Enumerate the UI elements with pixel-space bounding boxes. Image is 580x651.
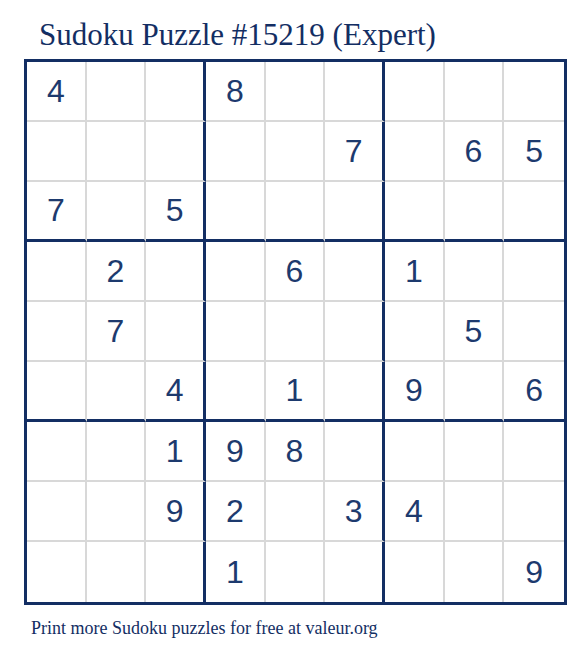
given-digit: 1: [286, 372, 304, 409]
cell-r2c5[interactable]: [266, 122, 326, 182]
cell-r6c7[interactable]: 9: [385, 362, 445, 422]
given-digit: 1: [166, 433, 184, 470]
cell-r3c6[interactable]: [325, 182, 385, 242]
cell-r9c1[interactable]: [27, 542, 87, 602]
given-digit: 6: [525, 372, 543, 409]
cell-r2c3[interactable]: [146, 122, 206, 182]
footer-note: Print more Sudoku puzzles for free at va…: [31, 616, 378, 640]
cell-r4c1[interactable]: [27, 242, 87, 302]
given-digit: 1: [405, 253, 423, 290]
cell-r5c3[interactable]: [146, 302, 206, 362]
given-digit: 6: [465, 133, 483, 170]
given-digit: 9: [405, 372, 423, 409]
cell-r1c1[interactable]: 4: [27, 62, 87, 122]
cell-r6c4[interactable]: [206, 362, 266, 422]
cell-r1c8[interactable]: [445, 62, 505, 122]
cell-r8c8[interactable]: [445, 482, 505, 542]
cell-r4c3[interactable]: [146, 242, 206, 302]
cell-r1c3[interactable]: [146, 62, 206, 122]
cell-r6c6[interactable]: [325, 362, 385, 422]
cell-r9c5[interactable]: [266, 542, 326, 602]
cell-r9c9[interactable]: 9: [504, 542, 564, 602]
cell-r1c6[interactable]: [325, 62, 385, 122]
cell-r5c2[interactable]: 7: [87, 302, 147, 362]
cell-r7c4[interactable]: 9: [206, 422, 266, 482]
cell-r1c7[interactable]: [385, 62, 445, 122]
cell-r7c6[interactable]: [325, 422, 385, 482]
cell-r9c8[interactable]: [445, 542, 505, 602]
cell-r7c3[interactable]: 1: [146, 422, 206, 482]
cell-r6c1[interactable]: [27, 362, 87, 422]
cell-r3c1[interactable]: 7: [27, 182, 87, 242]
cell-r3c2[interactable]: [87, 182, 147, 242]
cell-r5c1[interactable]: [27, 302, 87, 362]
page-title: Sudoku Puzzle #15219 (Expert): [39, 16, 436, 54]
given-digit: 5: [465, 313, 483, 350]
cell-r8c2[interactable]: [87, 482, 147, 542]
given-digit: 5: [166, 192, 184, 229]
given-digit: 1: [226, 554, 244, 591]
cell-r8c5[interactable]: [266, 482, 326, 542]
cell-r1c5[interactable]: [266, 62, 326, 122]
cell-r7c1[interactable]: [27, 422, 87, 482]
cell-r2c1[interactable]: [27, 122, 87, 182]
given-digit: 5: [525, 133, 543, 170]
given-digit: 7: [47, 192, 65, 229]
given-digit: 3: [345, 493, 363, 530]
cell-r4c9[interactable]: [504, 242, 564, 302]
given-digit: 2: [226, 493, 244, 530]
cell-r1c2[interactable]: [87, 62, 147, 122]
cell-r8c3[interactable]: 9: [146, 482, 206, 542]
cell-r2c8[interactable]: 6: [445, 122, 505, 182]
given-digit: 4: [47, 73, 65, 110]
given-digit: 8: [286, 433, 304, 470]
given-digit: 9: [525, 554, 543, 591]
cell-r2c9[interactable]: 5: [504, 122, 564, 182]
cell-r6c2[interactable]: [87, 362, 147, 422]
cell-r8c1[interactable]: [27, 482, 87, 542]
given-digit: 6: [286, 253, 304, 290]
cell-r4c7[interactable]: 1: [385, 242, 445, 302]
cell-r4c4[interactable]: [206, 242, 266, 302]
given-digit: 8: [226, 73, 244, 110]
cell-r4c6[interactable]: [325, 242, 385, 302]
cell-r5c7[interactable]: [385, 302, 445, 362]
cell-r2c4[interactable]: [206, 122, 266, 182]
cell-r7c9[interactable]: [504, 422, 564, 482]
cell-r8c9[interactable]: [504, 482, 564, 542]
cell-r5c9[interactable]: [504, 302, 564, 362]
cell-r2c6[interactable]: 7: [325, 122, 385, 182]
cell-r3c3[interactable]: 5: [146, 182, 206, 242]
cell-r2c7[interactable]: [385, 122, 445, 182]
cell-r8c7[interactable]: 4: [385, 482, 445, 542]
cell-r7c2[interactable]: [87, 422, 147, 482]
cell-r5c4[interactable]: [206, 302, 266, 362]
cell-r6c9[interactable]: 6: [504, 362, 564, 422]
cell-r6c5[interactable]: 1: [266, 362, 326, 422]
given-digit: 9: [226, 433, 244, 470]
cell-r3c7[interactable]: [385, 182, 445, 242]
sudoku-board: 4876575261754196198923419: [24, 59, 567, 605]
given-digit: 4: [166, 372, 184, 409]
cell-r9c2[interactable]: [87, 542, 147, 602]
cell-r9c3[interactable]: [146, 542, 206, 602]
cell-r8c4[interactable]: 2: [206, 482, 266, 542]
cell-r2c2[interactable]: [87, 122, 147, 182]
cell-r1c9[interactable]: [504, 62, 564, 122]
cell-r4c8[interactable]: [445, 242, 505, 302]
cell-r4c5[interactable]: 6: [266, 242, 326, 302]
given-digit: 4: [405, 493, 423, 530]
cell-r4c2[interactable]: 2: [87, 242, 147, 302]
cell-r5c5[interactable]: [266, 302, 326, 362]
cell-r7c5[interactable]: 8: [266, 422, 326, 482]
cell-r9c4[interactable]: 1: [206, 542, 266, 602]
cell-r3c4[interactable]: [206, 182, 266, 242]
cell-r7c7[interactable]: [385, 422, 445, 482]
cell-r6c3[interactable]: 4: [146, 362, 206, 422]
cell-r3c8[interactable]: [445, 182, 505, 242]
given-digit: 7: [345, 133, 363, 170]
cell-r9c6[interactable]: [325, 542, 385, 602]
cell-r6c8[interactable]: [445, 362, 505, 422]
sudoku-page: Sudoku Puzzle #15219 (Expert) 4876575261…: [0, 0, 580, 651]
cell-r9c7[interactable]: [385, 542, 445, 602]
cell-r7c8[interactable]: [445, 422, 505, 482]
cell-r8c6[interactable]: 3: [325, 482, 385, 542]
given-digit: 9: [166, 493, 184, 530]
cell-r5c6[interactable]: [325, 302, 385, 362]
cell-r3c9[interactable]: [504, 182, 564, 242]
cell-r5c8[interactable]: 5: [445, 302, 505, 362]
cell-r1c4[interactable]: 8: [206, 62, 266, 122]
given-digit: 2: [107, 253, 125, 290]
given-digit: 7: [107, 313, 125, 350]
cell-r3c5[interactable]: [266, 182, 326, 242]
